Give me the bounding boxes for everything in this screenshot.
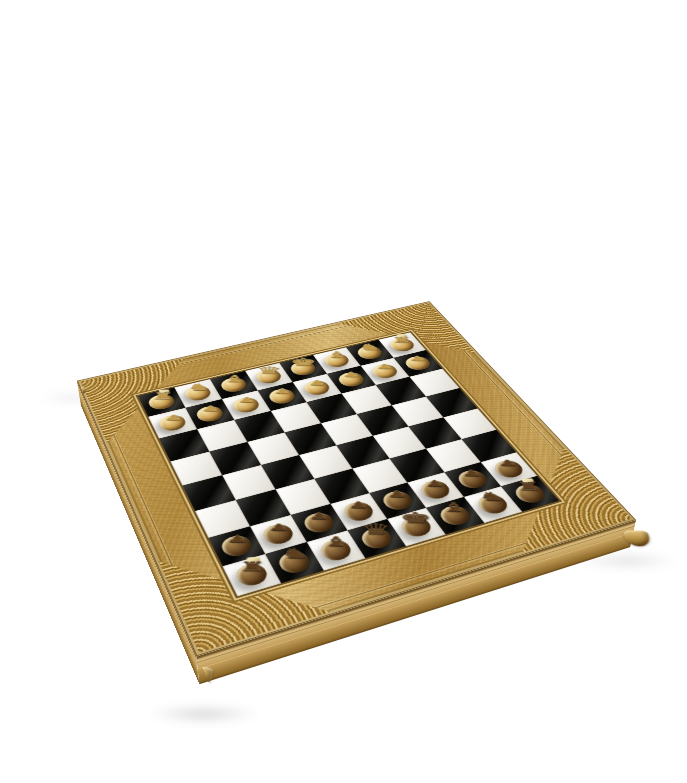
square-d8 [347, 519, 406, 558]
square-h8 [501, 476, 559, 512]
square-a5 [182, 475, 235, 511]
square-g8 [464, 486, 522, 523]
square-b6 [236, 489, 291, 526]
square-a8 [223, 554, 282, 596]
square-d7 [330, 493, 387, 530]
board-top-frame: ♜♞♝♛♚♝♞♜♟♟♟♟♟♟♟♟♟♟♟♟♟♟♟♟♜♞♝♛♚♝♞♜ [77, 301, 636, 656]
square-f6 [390, 449, 445, 483]
square-c6 [276, 479, 331, 515]
square-f8 [426, 497, 484, 535]
square-e7 [369, 483, 426, 519]
square-a6 [195, 500, 250, 538]
square-d5 [299, 445, 352, 479]
scene-3d: ♜♞♝♛♚♝♞♜♟♟♟♟♟♟♟♟♟♟♟♟♟♟♟♟♜♞♝♛♚♝♞♜ [0, 0, 687, 783]
square-g7 [444, 462, 501, 497]
square-h7 [481, 452, 537, 486]
square-c7 [291, 504, 348, 542]
chess-board: ♜♞♝♛♚♝♞♜♟♟♟♟♟♟♟♟♟♟♟♟♟♟♟♟♜♞♝♛♚♝♞♜ [77, 301, 636, 656]
square-e8 [387, 508, 446, 546]
square-d6 [314, 469, 369, 504]
square-b5 [222, 465, 275, 500]
square-e6 [352, 459, 407, 494]
square-c8 [307, 530, 366, 570]
square-b8 [265, 542, 324, 583]
square-a4 [170, 452, 222, 486]
square-f7 [407, 472, 464, 508]
foot-left-corner [70, 382, 91, 395]
foot-tassel [72, 388, 87, 395]
square-a7 [208, 526, 265, 566]
square-c5 [261, 455, 314, 489]
product-photo-canvas: { "game": "chess", "product": { "type": … [0, 0, 687, 783]
square-b7 [250, 515, 307, 554]
square-b4 [209, 442, 261, 475]
